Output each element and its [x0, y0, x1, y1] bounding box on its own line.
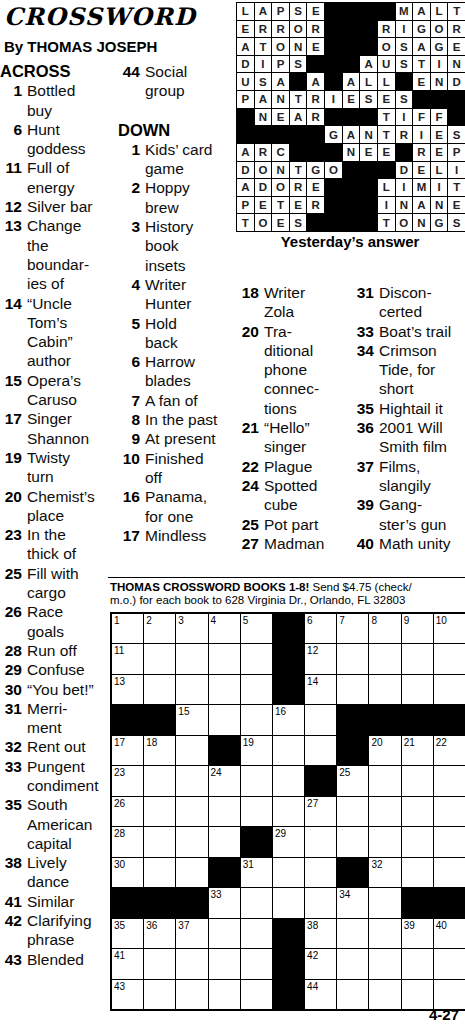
- clue-list-header-down: DOWN: [118, 121, 236, 140]
- puzzle-cell-r7c10[interactable]: [402, 797, 433, 826]
- clue-5: 5Holdback: [118, 314, 236, 353]
- puzzle-cell-r12c7[interactable]: 42: [305, 949, 336, 978]
- clue-number-37: 37: [178, 920, 189, 931]
- puzzle-cell-r3c2[interactable]: [144, 675, 175, 704]
- puzzle-cell-r2c11[interactable]: [434, 644, 465, 673]
- answer-cell-r12c6: [325, 197, 342, 214]
- puzzle-cell-r9c6[interactable]: [273, 858, 304, 887]
- puzzle-cell-r3c3[interactable]: [176, 675, 207, 704]
- puzzle-cell-r9c7[interactable]: [305, 858, 336, 887]
- clue-number-8: 8: [371, 615, 377, 626]
- clue-number-label: 38: [0, 853, 22, 892]
- puzzle-cell-r12c8[interactable]: [337, 949, 368, 978]
- clue-text: Hightail it: [379, 399, 465, 418]
- clue-32: 32Rent out: [0, 737, 114, 756]
- clue-number-20: 20: [371, 737, 382, 748]
- clue-number-label: 37: [352, 457, 374, 496]
- answer-cell-r2c10: I: [396, 21, 413, 38]
- clue-6: 6Harrowblades: [118, 352, 236, 391]
- clue-text: Fill withcargo: [27, 564, 114, 603]
- clue-2: 2Hoppybrew: [118, 178, 236, 217]
- clue-13: 13Changetheboundar-ies of: [0, 216, 114, 293]
- puzzle-cell-r1c10[interactable]: 9: [402, 614, 433, 643]
- puzzle-cell-r12c9[interactable]: [369, 949, 400, 978]
- answer-cell-r3c1: A: [237, 38, 254, 55]
- puzzle-cell-r1c1[interactable]: 1: [112, 614, 143, 643]
- clue-text: Changetheboundar-ies of: [27, 216, 114, 293]
- clue-number-32: 32: [371, 859, 382, 870]
- answer-cell-r2c6: [325, 21, 342, 38]
- puzzle-cell-r3c6: [273, 675, 304, 704]
- puzzle-cell-r7c4[interactable]: [209, 797, 240, 826]
- clue-number-17: 17: [114, 737, 125, 748]
- puzzle-cell-r2c1[interactable]: 11: [112, 644, 143, 673]
- answer-cell-r1c8: [360, 3, 377, 20]
- answer-grid-caption: Yesterday’s answer: [236, 233, 464, 250]
- answer-cell-r6c12: [431, 91, 448, 108]
- puzzle-cell-r10c9[interactable]: [369, 888, 400, 917]
- puzzle-cell-r2c8[interactable]: [337, 644, 368, 673]
- puzzle-cell-r6c4[interactable]: 24: [209, 766, 240, 795]
- puzzle-cell-r6c6[interactable]: [273, 766, 304, 795]
- answer-cell-r11c1: A: [237, 179, 254, 196]
- answer-cell-r7c5: R: [307, 109, 324, 126]
- puzzle-cell-r11c9[interactable]: [369, 919, 400, 948]
- puzzle-cell-r10c11: [434, 888, 465, 917]
- clue-8: 8In the past: [118, 410, 236, 429]
- puzzle-cell-r6c2[interactable]: [144, 766, 175, 795]
- answer-cell-r8c6: G: [325, 126, 342, 143]
- puzzle-cell-r13c8[interactable]: [337, 980, 368, 1009]
- answer-cell-r8c1: [237, 126, 254, 143]
- puzzle-cell-r9c10[interactable]: [402, 858, 433, 887]
- puzzle-cell-r9c11[interactable]: [434, 858, 465, 887]
- clue-number-label: 35: [352, 399, 374, 418]
- clue-6: 6Huntgoddess: [0, 120, 114, 159]
- puzzle-cell-r4c9: [369, 705, 400, 734]
- clue-36: 362001 WillSmith film: [352, 418, 465, 457]
- puzzle-cell-r2c3[interactable]: [176, 644, 207, 673]
- puzzle-cell-r4c4[interactable]: [209, 705, 240, 734]
- answer-cell-r8c2: [255, 126, 272, 143]
- answer-cell-r1c13: T: [448, 3, 465, 20]
- puzzle-cell-r6c5[interactable]: [241, 766, 272, 795]
- clue-15: 15Opera’sCaruso: [0, 371, 114, 410]
- answer-cell-r13c5: [307, 214, 324, 231]
- clue-number-10: 10: [436, 615, 447, 626]
- answer-cell-r2c3: R: [272, 21, 289, 38]
- puzzle-cell-r13c7[interactable]: 44: [305, 980, 336, 1009]
- clue-text: Silver bar: [27, 197, 114, 216]
- puzzle-cell-r7c8[interactable]: [337, 797, 368, 826]
- answer-cell-r12c11: A: [413, 197, 430, 214]
- answer-cell-r2c4: O: [290, 21, 307, 38]
- puzzle-cell-r6c7: [305, 766, 336, 795]
- answer-cell-r3c6: [325, 38, 342, 55]
- answer-cell-r10c9: [378, 162, 395, 179]
- puzzle-cell-r11c8[interactable]: [337, 919, 368, 948]
- puzzle-cell-r10c10: [402, 888, 433, 917]
- puzzle-cell-r7c2[interactable]: [144, 797, 175, 826]
- answer-cell-r2c5: R: [307, 21, 324, 38]
- puzzle-cell-r3c1[interactable]: 13: [112, 675, 143, 704]
- answer-cell-r11c13: T: [448, 179, 465, 196]
- answer-cell-r12c3: T: [272, 197, 289, 214]
- puzzle-cell-r11c2[interactable]: 36: [144, 919, 175, 948]
- puzzle-cell-r13c6: [273, 980, 304, 1009]
- puzzle-cell-r12c4[interactable]: [209, 949, 240, 978]
- clue-number-label: 14: [0, 294, 22, 371]
- answer-cell-r5c8: L: [360, 73, 377, 90]
- puzzle-cell-r4c7[interactable]: [305, 705, 336, 734]
- puzzle-cell-r1c2[interactable]: 2: [144, 614, 175, 643]
- books-promo: THOMAS CROSSWORD BOOKS 1-8! Send $4.75 (…: [110, 581, 465, 606]
- books-promo-rest: Send $4.75 (check/: [309, 581, 411, 593]
- answer-cell-r11c6: [325, 179, 342, 196]
- puzzle-cell-r8c11[interactable]: [434, 827, 465, 856]
- puzzle-cell-r7c7[interactable]: 27: [305, 797, 336, 826]
- clue-text: SouthAmericancapital: [27, 795, 114, 853]
- puzzle-cell-r7c1[interactable]: 26: [112, 797, 143, 826]
- answer-cell-r9c1: A: [237, 144, 254, 161]
- puzzle-cell-r5c3[interactable]: [176, 736, 207, 765]
- puzzle-cell-r13c2[interactable]: [144, 980, 175, 1009]
- puzzle-cell-r3c5[interactable]: [241, 675, 272, 704]
- answer-cell-r5c6: [325, 73, 342, 90]
- puzzle-cell-r3c9[interactable]: [369, 675, 400, 704]
- clue-number-label: 13: [0, 216, 22, 293]
- clue-number-26: 26: [114, 798, 125, 809]
- answer-cell-r8c7: A: [343, 126, 360, 143]
- answer-cell-r12c4: E: [290, 197, 307, 214]
- puzzle-cell-r3c4[interactable]: [209, 675, 240, 704]
- puzzle-cell-r8c7[interactable]: [305, 827, 336, 856]
- puzzle-cell-r8c6[interactable]: 29: [273, 827, 304, 856]
- clue-column-3: 18WriterZola20Tra-ditionalphoneconnec-ti…: [237, 283, 351, 553]
- puzzle-cell-r10c6[interactable]: [273, 888, 304, 917]
- answer-cell-r6c13: [448, 91, 465, 108]
- clue-number-label: 6: [0, 120, 22, 159]
- clue-text: Gang-ster’s gun: [379, 495, 465, 534]
- puzzle-cell-r12c1[interactable]: 41: [112, 949, 143, 978]
- clue-text: Spottedcube: [264, 476, 351, 515]
- puzzle-cell-r9c2[interactable]: [144, 858, 175, 887]
- clue-number-label: 22: [237, 457, 259, 476]
- puzzle-cell-r2c10[interactable]: [402, 644, 433, 673]
- clue-text: Blended: [27, 950, 114, 969]
- answer-cell-r12c5: R: [307, 197, 324, 214]
- clue-9: 9At present: [118, 429, 236, 448]
- answer-cell-r11c5: E: [307, 179, 324, 196]
- clue-12: 12Silver bar: [0, 197, 114, 216]
- puzzle-cell-r2c5[interactable]: [241, 644, 272, 673]
- clue-text: Mindless: [145, 526, 236, 545]
- answer-cell-r2c8: [360, 21, 377, 38]
- clue-number-25: 25: [339, 767, 350, 778]
- answer-cell-r7c8: [360, 109, 377, 126]
- puzzle-cell-r1c11[interactable]: 10: [434, 614, 465, 643]
- puzzle-cell-r6c10[interactable]: [402, 766, 433, 795]
- clue-number-39: 39: [404, 920, 415, 931]
- clue-text: Full ofenergy: [27, 158, 114, 197]
- answer-cell-r7c2: N: [255, 109, 272, 126]
- answer-cell-r9c8: E: [360, 144, 377, 161]
- puzzle-cell-r11c5[interactable]: [241, 919, 272, 948]
- clue-number-label: 33: [0, 757, 22, 796]
- clue-number-label: 31: [352, 283, 374, 322]
- puzzle-cell-r2c2[interactable]: [144, 644, 175, 673]
- answer-cell-r4c8: A: [360, 56, 377, 73]
- puzzle-cell-r13c10[interactable]: [402, 980, 433, 1009]
- answer-cell-r11c3: O: [272, 179, 289, 196]
- puzzle-cell-r1c3[interactable]: 3: [176, 614, 207, 643]
- clue-number-label: 17: [118, 526, 140, 545]
- puzzle-cell-r10c4[interactable]: 33: [209, 888, 240, 917]
- answer-cell-r11c11: M: [413, 179, 430, 196]
- puzzle-cell-r13c11[interactable]: [434, 980, 465, 1009]
- puzzle-cell-r6c8[interactable]: 25: [337, 766, 368, 795]
- date-code: 4-27: [429, 1006, 459, 1023]
- answer-cell-r9c6: [325, 144, 342, 161]
- answer-cell-r3c4: N: [290, 38, 307, 55]
- answer-cell-r13c1: T: [237, 214, 254, 231]
- answer-cell-r1c10: M: [396, 3, 413, 20]
- puzzle-cell-r8c10[interactable]: [402, 827, 433, 856]
- answer-cell-r8c11: I: [413, 126, 430, 143]
- puzzle-cell-r13c4[interactable]: [209, 980, 240, 1009]
- puzzle-cell-r8c1[interactable]: 28: [112, 827, 143, 856]
- puzzle-cell-r12c2[interactable]: [144, 949, 175, 978]
- clue-number-label: 24: [237, 476, 259, 515]
- answer-cell-r1c2: A: [255, 3, 272, 20]
- answer-cell-r9c4: [290, 144, 307, 161]
- puzzle-cell-r4c5[interactable]: [241, 705, 272, 734]
- answer-cell-r12c12: N: [431, 197, 448, 214]
- clue-number-29: 29: [275, 828, 286, 839]
- puzzle-cell-r7c9[interactable]: [369, 797, 400, 826]
- puzzle-cell-r11c4[interactable]: [209, 919, 240, 948]
- answer-cell-r9c12: E: [431, 144, 448, 161]
- puzzle-cell-r13c5[interactable]: [241, 980, 272, 1009]
- clue-text: Racegoals: [27, 602, 114, 641]
- puzzle-cell-r6c11[interactable]: [434, 766, 465, 795]
- clue-column-1: ACROSS1Bottledbuy6Huntgoddess11Full ofen…: [0, 62, 114, 969]
- answer-cell-r10c12: L: [431, 162, 448, 179]
- answer-cell-r1c4: S: [290, 3, 307, 20]
- puzzle-cell-r10c7[interactable]: [305, 888, 336, 917]
- puzzle-cell-r2c4[interactable]: [209, 644, 240, 673]
- puzzle-cell-r7c5[interactable]: [241, 797, 272, 826]
- puzzle-cell-r1c9[interactable]: 8: [369, 614, 400, 643]
- answer-cell-r12c7: [343, 197, 360, 214]
- puzzle-cell-r2c6: [273, 644, 304, 673]
- puzzle-cell-r5c6[interactable]: [273, 736, 304, 765]
- puzzle-cell-r5c11[interactable]: 22: [434, 736, 465, 765]
- clue-number-label: 17: [0, 409, 22, 448]
- answer-cell-r10c7: [343, 162, 360, 179]
- puzzle-cell-r4c3[interactable]: 15: [176, 705, 207, 734]
- clue-number-34: 34: [339, 889, 350, 900]
- clue-text: In the past: [145, 410, 236, 429]
- clue-number-24: 24: [211, 767, 222, 778]
- clue-text: “You bet!”: [27, 680, 114, 699]
- clue-number-2: 2: [146, 615, 152, 626]
- answer-cell-r13c7: [343, 214, 360, 231]
- puzzle-cell-r5c9[interactable]: 20: [369, 736, 400, 765]
- answer-cell-r5c12: N: [431, 73, 448, 90]
- puzzle-cell-r12c5[interactable]: [241, 949, 272, 978]
- puzzle-cell-r6c1[interactable]: 23: [112, 766, 143, 795]
- puzzle-cell-r10c5[interactable]: [241, 888, 272, 917]
- answer-cell-r9c9: E: [378, 144, 395, 161]
- answer-cell-r4c7: [343, 56, 360, 73]
- answer-cell-r8c8: N: [360, 126, 377, 143]
- puzzle-cell-r7c11[interactable]: [434, 797, 465, 826]
- puzzle-cell-r11c11[interactable]: 40: [434, 919, 465, 948]
- puzzle-cell-r13c9[interactable]: [369, 980, 400, 1009]
- puzzle-cell-r5c5[interactable]: 19: [241, 736, 272, 765]
- clue-number-44: 44: [307, 981, 318, 992]
- answer-cell-r5c11: E: [413, 73, 430, 90]
- clue-41: 41Similar: [0, 892, 114, 911]
- clue-33: 33Pungentcondiment: [0, 757, 114, 796]
- answer-cell-r6c6: I: [325, 91, 342, 108]
- puzzle-cell-r2c7[interactable]: 12: [305, 644, 336, 673]
- clue-number-label: 25: [0, 564, 22, 603]
- clue-25: 25Pot part: [237, 515, 351, 534]
- answer-cell-r5c13: D: [448, 73, 465, 90]
- answer-cell-r5c7: A: [343, 73, 360, 90]
- answer-cell-r13c8: [360, 214, 377, 231]
- answer-cell-r6c7: E: [343, 91, 360, 108]
- clue-number-label: 34: [352, 341, 374, 399]
- clue-number-label: 10: [118, 449, 140, 488]
- clue-text: Socialgroup: [145, 62, 236, 101]
- clue-number-label: 9: [118, 429, 140, 448]
- clue-33: 33Boat’s trail: [352, 322, 465, 341]
- answer-cell-r11c7: [343, 179, 360, 196]
- clue-35: 35Hightail it: [352, 399, 465, 418]
- puzzle-cell-r1c5[interactable]: 5: [241, 614, 272, 643]
- clue-text: 2001 WillSmith film: [379, 418, 465, 457]
- puzzle-cell-r11c1[interactable]: 35: [112, 919, 143, 948]
- clue-text: Historybookinsets: [145, 217, 236, 275]
- puzzle-cell-r11c7[interactable]: 38: [305, 919, 336, 948]
- clue-number-label: 29: [0, 660, 22, 679]
- clue-40: 40Math unity: [352, 534, 465, 553]
- puzzle-cell-r9c9[interactable]: 32: [369, 858, 400, 887]
- puzzle-cell-r5c2[interactable]: 18: [144, 736, 175, 765]
- puzzle-cell-r4c6[interactable]: 16: [273, 705, 304, 734]
- puzzle-cell-r3c7[interactable]: 14: [305, 675, 336, 704]
- puzzle-cell-r7c3[interactable]: [176, 797, 207, 826]
- answer-cell-r4c3: P: [272, 56, 289, 73]
- puzzle-cell-r12c11[interactable]: [434, 949, 465, 978]
- puzzle-cell-r3c8[interactable]: [337, 675, 368, 704]
- answer-cell-r4c12: I: [431, 56, 448, 73]
- puzzle-cell-r4c2: [144, 705, 175, 734]
- clue-number-label: 43: [0, 950, 22, 969]
- puzzle-cell-r9c1[interactable]: 30: [112, 858, 143, 887]
- puzzle-cell-r8c5: [241, 827, 272, 856]
- puzzle-cell-r8c3[interactable]: [176, 827, 207, 856]
- answer-cell-r1c11: A: [413, 3, 430, 20]
- clue-number-label: 27: [237, 534, 259, 553]
- clue-number-label: 30: [0, 680, 22, 699]
- clue-42: 42Clarifyingphrase: [0, 911, 114, 950]
- puzzle-cell-r7c6[interactable]: [273, 797, 304, 826]
- puzzle-cell-r5c10[interactable]: 21: [402, 736, 433, 765]
- clue-text: Madman: [264, 534, 351, 553]
- clue-number-label: 44: [118, 62, 140, 101]
- clue-text: At present: [145, 429, 236, 448]
- clue-text: “Hello”singer: [264, 418, 351, 457]
- puzzle-cell-r12c10[interactable]: [402, 949, 433, 978]
- puzzle-cell-r11c10[interactable]: 39: [402, 919, 433, 948]
- puzzle-cell-r5c7[interactable]: [305, 736, 336, 765]
- answer-cell-r6c4: T: [290, 91, 307, 108]
- puzzle-cell-r3c10[interactable]: [402, 675, 433, 704]
- puzzle-cell-r1c4[interactable]: 4: [209, 614, 240, 643]
- answer-cell-r10c13: I: [448, 162, 465, 179]
- puzzle-cell-r5c1[interactable]: 17: [112, 736, 143, 765]
- puzzle-cell-r8c2[interactable]: [144, 827, 175, 856]
- clue-number-15: 15: [178, 706, 189, 717]
- puzzle-cell-r12c3[interactable]: [176, 949, 207, 978]
- puzzle-cell-r6c9[interactable]: [369, 766, 400, 795]
- answer-cell-r13c2: O: [255, 214, 272, 231]
- clue-30: 30“You bet!”: [0, 680, 114, 699]
- puzzle-cell-r8c8[interactable]: [337, 827, 368, 856]
- answer-cell-r8c10: R: [396, 126, 413, 143]
- puzzle-cell-r11c3[interactable]: 37: [176, 919, 207, 948]
- clue-38: 38Livelydance: [0, 853, 114, 892]
- puzzle-cell-r9c5[interactable]: 31: [241, 858, 272, 887]
- clue-22: 22Plague: [237, 457, 351, 476]
- clue-17: 17SingerShannon: [0, 409, 114, 448]
- puzzle-cell-r8c9[interactable]: [369, 827, 400, 856]
- clue-number-43: 43: [114, 981, 125, 992]
- puzzle-cell-r9c3[interactable]: [176, 858, 207, 887]
- clue-text: Rent out: [27, 737, 114, 756]
- answer-cell-r9c3: C: [272, 144, 289, 161]
- clue-11: 11Full ofenergy: [0, 158, 114, 197]
- answer-cell-r9c13: P: [448, 144, 465, 161]
- puzzle-cell-r13c3[interactable]: [176, 980, 207, 1009]
- clue-text: Pot part: [264, 515, 351, 534]
- puzzle-cell-r2c9[interactable]: [369, 644, 400, 673]
- clue-number-label: 23: [0, 525, 22, 564]
- clue-number-19: 19: [243, 737, 254, 748]
- puzzle-cell-r1c8[interactable]: 7: [337, 614, 368, 643]
- puzzle-cell-r6c3[interactable]: [176, 766, 207, 795]
- clue-4: 4WriterHunter: [118, 275, 236, 314]
- clue-number-label: 33: [352, 322, 374, 341]
- puzzle-cell-r1c7[interactable]: 6: [305, 614, 336, 643]
- clue-number-label: 31: [0, 699, 22, 738]
- answer-cell-r2c2: R: [255, 21, 272, 38]
- puzzle-cell-r13c1[interactable]: 43: [112, 980, 143, 1009]
- puzzle-cell-r3c11[interactable]: [434, 675, 465, 704]
- answer-cell-r10c2: O: [255, 162, 272, 179]
- puzzle-cell-r8c4[interactable]: [209, 827, 240, 856]
- answer-cell-r6c9: E: [378, 91, 395, 108]
- puzzle-cell-r5c4: [209, 736, 240, 765]
- answer-cell-r6c3: N: [272, 91, 289, 108]
- clue-text: Films,slangily: [379, 457, 465, 496]
- puzzle-cell-r10c8[interactable]: 34: [337, 888, 368, 917]
- clue-number-38: 38: [307, 920, 318, 931]
